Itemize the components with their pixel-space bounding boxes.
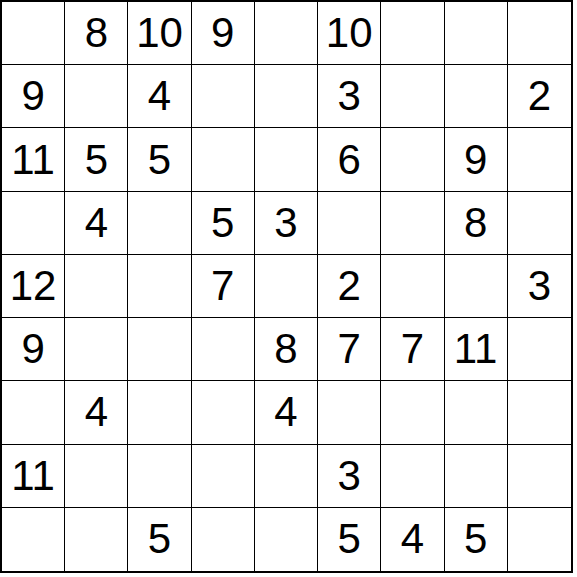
- clue-number: 3: [528, 265, 551, 307]
- clue-number: 12: [10, 265, 57, 307]
- puzzle-board: 8109109432115569453812723987711441135545: [0, 0, 573, 573]
- clue-number: 8: [274, 328, 297, 370]
- cell-r8c5[interactable]: [255, 445, 318, 508]
- cell-r6c6[interactable]: 7: [318, 318, 381, 381]
- cell-r1c9[interactable]: [508, 2, 571, 65]
- clue-number: 4: [85, 391, 108, 433]
- cell-r3c8[interactable]: 9: [445, 128, 508, 191]
- cell-r3c1[interactable]: 11: [2, 128, 65, 191]
- cell-r2c9[interactable]: 2: [508, 65, 571, 128]
- cell-r4c2[interactable]: 4: [65, 192, 128, 255]
- clue-number: 2: [338, 265, 361, 307]
- clue-number: 4: [274, 391, 297, 433]
- clue-number: 9: [21, 75, 44, 117]
- clue-number: 3: [338, 75, 361, 117]
- clue-number: 10: [326, 12, 373, 54]
- cell-r8c8[interactable]: [445, 445, 508, 508]
- clue-number: 4: [85, 202, 108, 244]
- clue-number: 5: [338, 518, 361, 560]
- clue-number: 7: [401, 328, 424, 370]
- clue-number: 3: [338, 455, 361, 497]
- cell-r5c1[interactable]: 12: [2, 255, 65, 318]
- cell-r4c9[interactable]: [508, 192, 571, 255]
- cell-r7c3[interactable]: [128, 381, 191, 444]
- cell-r6c8[interactable]: 11: [445, 318, 508, 381]
- cell-r6c1[interactable]: 9: [2, 318, 65, 381]
- clue-number: 8: [464, 202, 487, 244]
- clue-number: 6: [338, 139, 361, 181]
- cell-r1c2[interactable]: 8: [65, 2, 128, 65]
- cell-r8c7[interactable]: [381, 445, 444, 508]
- cell-r4c7[interactable]: [381, 192, 444, 255]
- clue-number: 5: [211, 202, 234, 244]
- cell-r8c1[interactable]: 11: [2, 445, 65, 508]
- clue-number: 7: [338, 328, 361, 370]
- cell-r7c1[interactable]: [2, 381, 65, 444]
- cell-r9c4[interactable]: [192, 508, 255, 571]
- clue-number: 3: [274, 202, 297, 244]
- cell-r4c6[interactable]: [318, 192, 381, 255]
- cell-r6c4[interactable]: [192, 318, 255, 381]
- cell-r3c6[interactable]: 6: [318, 128, 381, 191]
- cell-r6c2[interactable]: [65, 318, 128, 381]
- cell-r9c8[interactable]: 5: [445, 508, 508, 571]
- cell-r1c8[interactable]: [445, 2, 508, 65]
- cell-r4c5[interactable]: 3: [255, 192, 318, 255]
- cell-r3c7[interactable]: [381, 128, 444, 191]
- cell-r5c8[interactable]: [445, 255, 508, 318]
- clue-number: 7: [211, 265, 234, 307]
- clue-number: 5: [464, 518, 487, 560]
- cell-r9c3[interactable]: 5: [128, 508, 191, 571]
- clue-number: 2: [528, 75, 551, 117]
- cell-r5c4[interactable]: 7: [192, 255, 255, 318]
- cell-r4c4[interactable]: 5: [192, 192, 255, 255]
- clue-number: 9: [464, 139, 487, 181]
- cell-r9c7[interactable]: 4: [381, 508, 444, 571]
- cell-r3c9[interactable]: [508, 128, 571, 191]
- cell-r4c8[interactable]: 8: [445, 192, 508, 255]
- cell-r5c3[interactable]: [128, 255, 191, 318]
- clue-number: 9: [21, 328, 44, 370]
- cell-r3c3[interactable]: 5: [128, 128, 191, 191]
- clue-number: 10: [136, 12, 183, 54]
- clue-number: 11: [11, 455, 55, 497]
- cell-r7c4[interactable]: [192, 381, 255, 444]
- cell-r1c3[interactable]: 10: [128, 2, 191, 65]
- cell-r3c2[interactable]: 5: [65, 128, 128, 191]
- cell-r8c2[interactable]: [65, 445, 128, 508]
- cell-r6c5[interactable]: 8: [255, 318, 318, 381]
- clue-number: 11: [454, 328, 498, 370]
- cell-r6c3[interactable]: [128, 318, 191, 381]
- cell-r8c4[interactable]: [192, 445, 255, 508]
- cell-r5c5[interactable]: [255, 255, 318, 318]
- cell-r7c6[interactable]: [318, 381, 381, 444]
- cell-r5c2[interactable]: [65, 255, 128, 318]
- cell-r5c9[interactable]: 3: [508, 255, 571, 318]
- clue-number: 5: [148, 518, 171, 560]
- cell-r9c5[interactable]: [255, 508, 318, 571]
- cell-r7c5[interactable]: 4: [255, 381, 318, 444]
- cell-r3c5[interactable]: [255, 128, 318, 191]
- cell-r8c6[interactable]: 3: [318, 445, 381, 508]
- cell-r7c2[interactable]: 4: [65, 381, 128, 444]
- cell-r5c7[interactable]: [381, 255, 444, 318]
- cell-r1c5[interactable]: [255, 2, 318, 65]
- cell-r2c3[interactable]: 4: [128, 65, 191, 128]
- clue-number: 8: [85, 12, 108, 54]
- cell-r2c1[interactable]: 9: [2, 65, 65, 128]
- cell-r1c4[interactable]: 9: [192, 2, 255, 65]
- cell-r2c4[interactable]: [192, 65, 255, 128]
- cell-r6c9[interactable]: [508, 318, 571, 381]
- clue-number: 5: [85, 139, 108, 181]
- clue-number: 11: [11, 139, 55, 181]
- cell-r4c1[interactable]: [2, 192, 65, 255]
- cell-r1c6[interactable]: 10: [318, 2, 381, 65]
- cell-r2c2[interactable]: [65, 65, 128, 128]
- cell-r9c6[interactable]: 5: [318, 508, 381, 571]
- clue-number: 5: [148, 139, 171, 181]
- cell-r2c7[interactable]: [381, 65, 444, 128]
- cell-r2c8[interactable]: [445, 65, 508, 128]
- cell-r2c5[interactable]: [255, 65, 318, 128]
- cell-r9c2[interactable]: [65, 508, 128, 571]
- cell-r9c1[interactable]: [2, 508, 65, 571]
- cell-r7c8[interactable]: [445, 381, 508, 444]
- cell-r5c6[interactable]: 2: [318, 255, 381, 318]
- cell-r7c7[interactable]: [381, 381, 444, 444]
- cell-r2c6[interactable]: 3: [318, 65, 381, 128]
- cell-r8c3[interactable]: [128, 445, 191, 508]
- clue-number: 4: [148, 75, 171, 117]
- cell-r9c9[interactable]: [508, 508, 571, 571]
- cell-r7c9[interactable]: [508, 381, 571, 444]
- cell-r8c9[interactable]: [508, 445, 571, 508]
- cell-r6c7[interactable]: 7: [381, 318, 444, 381]
- clue-number: 9: [211, 12, 234, 54]
- cell-r4c3[interactable]: [128, 192, 191, 255]
- cell-r1c7[interactable]: [381, 2, 444, 65]
- cell-r3c4[interactable]: [192, 128, 255, 191]
- cell-r1c1[interactable]: [2, 2, 65, 65]
- clue-number: 4: [401, 518, 424, 560]
